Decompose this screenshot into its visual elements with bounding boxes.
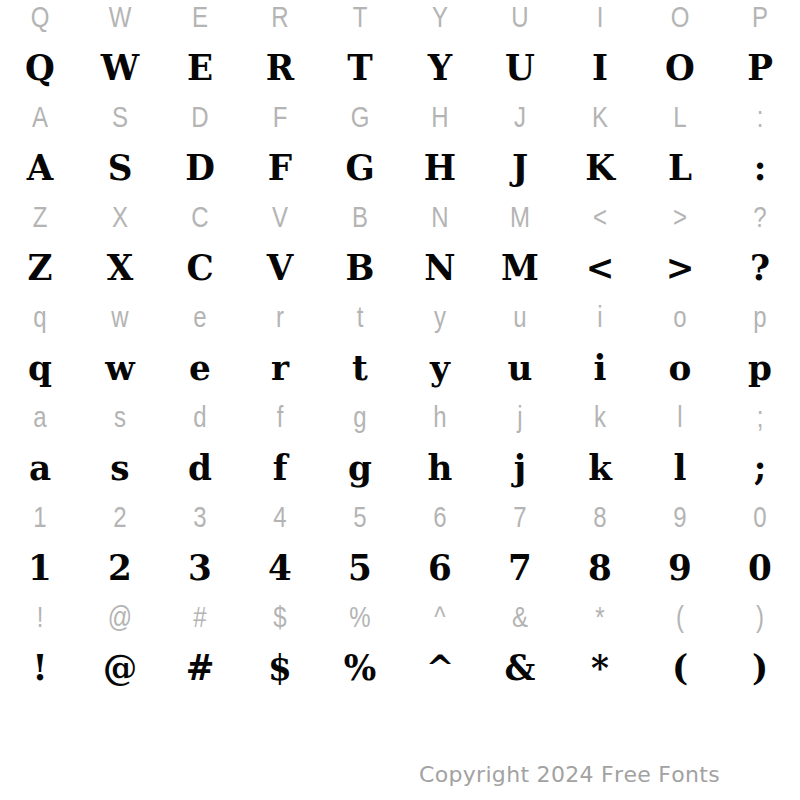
char-cell: Q xyxy=(2,38,78,96)
char-cell: O xyxy=(642,38,718,96)
char-cell: 4 xyxy=(242,538,318,596)
reference-row: !@#$%^&*() xyxy=(0,596,800,638)
char-cell: $ xyxy=(248,596,312,638)
char-cell: I xyxy=(568,0,632,38)
char-cell: h xyxy=(408,396,472,438)
char-cell: # xyxy=(168,596,232,638)
char-cell: e xyxy=(162,338,238,396)
char-cell: i xyxy=(562,338,638,396)
char-cell: X xyxy=(82,238,158,296)
reference-row: asdfghjkl; xyxy=(0,396,800,438)
char-cell: > xyxy=(642,238,718,296)
char-cell: Z xyxy=(8,196,72,238)
char-cell: M xyxy=(488,196,552,238)
char-cell: T xyxy=(322,38,398,96)
char-cell: p xyxy=(728,296,792,338)
char-cell: Y xyxy=(408,0,472,38)
char-cell: # xyxy=(162,638,238,696)
char-cell: W xyxy=(88,0,152,38)
specimen-row: asdfghjkl; xyxy=(0,438,800,496)
reference-row: ZXCVBNM<>? xyxy=(0,196,800,238)
char-cell: W xyxy=(82,38,158,96)
char-cell: ) xyxy=(728,596,792,638)
char-cell: B xyxy=(328,196,392,238)
char-cell: T xyxy=(328,0,392,38)
specimen-row: 1234567890 xyxy=(0,538,800,596)
char-cell: g xyxy=(328,396,392,438)
char-cell: ( xyxy=(648,596,712,638)
char-cell: o xyxy=(642,338,718,396)
char-cell: s xyxy=(88,396,152,438)
char-cell: V xyxy=(248,196,312,238)
character-grid: QWERTYUIOPQWERTYUIOPASDFGHJKL:ASDFGHJKL:… xyxy=(0,0,800,696)
char-cell: ; xyxy=(728,396,792,438)
char-cell: g xyxy=(322,438,398,496)
char-cell: r xyxy=(248,296,312,338)
char-cell: r xyxy=(242,338,318,396)
char-cell: D xyxy=(168,96,232,138)
char-cell: 7 xyxy=(488,496,552,538)
char-cell: u xyxy=(488,296,552,338)
char-cell: o xyxy=(648,296,712,338)
char-cell: ! xyxy=(8,596,72,638)
char-cell: A xyxy=(2,138,78,196)
char-cell: O xyxy=(648,0,712,38)
copyright-text: Copyright 2024 Free Fonts xyxy=(419,762,720,787)
char-cell: V xyxy=(242,238,318,296)
char-cell: D xyxy=(162,138,238,196)
char-cell: 6 xyxy=(402,538,478,596)
char-cell: M xyxy=(482,238,558,296)
char-cell: 2 xyxy=(88,496,152,538)
char-cell: < xyxy=(562,238,638,296)
char-cell: F xyxy=(242,138,318,196)
char-cell: 1 xyxy=(2,538,78,596)
specimen-row: ASDFGHJKL: xyxy=(0,138,800,196)
char-cell: ) xyxy=(722,638,798,696)
char-cell: s xyxy=(82,438,158,496)
char-cell: ^ xyxy=(408,596,472,638)
char-cell: & xyxy=(488,596,552,638)
char-cell: U xyxy=(488,0,552,38)
char-cell: E xyxy=(168,0,232,38)
char-cell: ? xyxy=(722,238,798,296)
char-cell: 3 xyxy=(168,496,232,538)
char-cell: I xyxy=(562,38,638,96)
char-cell: Z xyxy=(2,238,78,296)
char-cell: S xyxy=(88,96,152,138)
specimen-row: QWERTYUIOP xyxy=(0,38,800,96)
char-cell: 0 xyxy=(728,496,792,538)
char-cell: K xyxy=(568,96,632,138)
char-cell: 8 xyxy=(568,496,632,538)
reference-row: ASDFGHJKL: xyxy=(0,96,800,138)
specimen-row: ZXCVBNM<>? xyxy=(0,238,800,296)
char-cell: Y xyxy=(402,38,478,96)
char-cell: S xyxy=(82,138,158,196)
char-cell: N xyxy=(402,238,478,296)
char-cell: q xyxy=(2,338,78,396)
char-cell: % xyxy=(322,638,398,696)
specimen-row: !@#$%^&*() xyxy=(0,638,800,696)
char-cell: k xyxy=(568,396,632,438)
char-cell: 9 xyxy=(648,496,712,538)
char-cell: * xyxy=(562,638,638,696)
char-cell: 8 xyxy=(562,538,638,596)
reference-row: 1234567890 xyxy=(0,496,800,538)
char-cell: y xyxy=(402,338,478,396)
char-cell: ( xyxy=(642,638,718,696)
char-cell: 3 xyxy=(162,538,238,596)
char-cell: y xyxy=(408,296,472,338)
char-cell: 2 xyxy=(82,538,158,596)
char-cell: N xyxy=(408,196,472,238)
char-cell: R xyxy=(242,38,318,96)
char-cell: w xyxy=(82,338,158,396)
char-cell: A xyxy=(8,96,72,138)
char-cell: F xyxy=(248,96,312,138)
char-cell: > xyxy=(648,196,712,238)
char-cell: % xyxy=(328,596,392,638)
char-cell: t xyxy=(328,296,392,338)
char-cell: P xyxy=(722,38,798,96)
char-cell: B xyxy=(322,238,398,296)
reference-row: qwertyuiop xyxy=(0,296,800,338)
char-cell: < xyxy=(568,196,632,238)
char-cell: k xyxy=(562,438,638,496)
char-cell: d xyxy=(168,396,232,438)
char-cell: @ xyxy=(88,596,152,638)
char-cell: j xyxy=(488,396,552,438)
char-cell: f xyxy=(242,438,318,496)
char-cell: 6 xyxy=(408,496,472,538)
char-cell: H xyxy=(408,96,472,138)
char-cell: C xyxy=(168,196,232,238)
char-cell: $ xyxy=(242,638,318,696)
char-cell: @ xyxy=(82,638,158,696)
char-cell: K xyxy=(562,138,638,196)
char-cell: R xyxy=(248,0,312,38)
char-cell: w xyxy=(88,296,152,338)
char-cell: f xyxy=(248,396,312,438)
char-cell: j xyxy=(482,438,558,496)
reference-row: QWERTYUIOP xyxy=(0,0,800,38)
char-cell: & xyxy=(482,638,558,696)
char-cell: t xyxy=(322,338,398,396)
char-cell: G xyxy=(328,96,392,138)
char-cell: Q xyxy=(8,0,72,38)
char-cell: i xyxy=(568,296,632,338)
char-cell: u xyxy=(482,338,558,396)
char-cell: * xyxy=(568,596,632,638)
char-cell: a xyxy=(8,396,72,438)
char-cell: 7 xyxy=(482,538,558,596)
char-cell: p xyxy=(722,338,798,396)
specimen-row: qwertyuiop xyxy=(0,338,800,396)
char-cell: H xyxy=(402,138,478,196)
char-cell: 0 xyxy=(722,538,798,596)
char-cell: G xyxy=(322,138,398,196)
char-cell: L xyxy=(642,138,718,196)
char-cell: e xyxy=(168,296,232,338)
char-cell: l xyxy=(642,438,718,496)
char-cell: h xyxy=(402,438,478,496)
char-cell: a xyxy=(2,438,78,496)
char-cell: U xyxy=(482,38,558,96)
char-cell: : xyxy=(728,96,792,138)
char-cell: 1 xyxy=(8,496,72,538)
char-cell: X xyxy=(88,196,152,238)
char-cell: J xyxy=(488,96,552,138)
char-cell: 5 xyxy=(322,538,398,596)
char-cell: l xyxy=(648,396,712,438)
char-cell: C xyxy=(162,238,238,296)
char-cell: d xyxy=(162,438,238,496)
char-cell: 5 xyxy=(328,496,392,538)
char-cell: P xyxy=(728,0,792,38)
char-cell: : xyxy=(722,138,798,196)
char-cell: q xyxy=(8,296,72,338)
char-cell: 9 xyxy=(642,538,718,596)
char-cell: ; xyxy=(722,438,798,496)
char-cell: 4 xyxy=(248,496,312,538)
char-cell: J xyxy=(482,138,558,196)
char-cell: ! xyxy=(2,638,78,696)
char-cell: E xyxy=(162,38,238,96)
char-cell: ? xyxy=(728,196,792,238)
char-cell: ^ xyxy=(402,638,478,696)
char-cell: L xyxy=(648,96,712,138)
